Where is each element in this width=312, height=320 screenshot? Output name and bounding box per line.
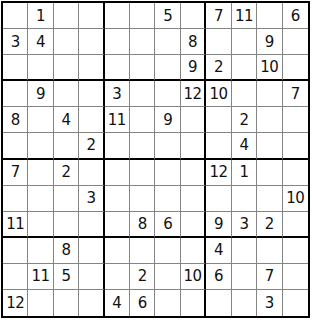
empty-cell-r11c10[interactable] — [232, 264, 257, 290]
empty-cell-r8c10[interactable] — [232, 186, 257, 212]
empty-cell-r6c3[interactable] — [54, 133, 79, 159]
empty-cell-r2c3[interactable] — [54, 29, 79, 55]
given-cell-r7c1[interactable]: 7 — [3, 160, 28, 186]
empty-cell-r6c7[interactable] — [155, 133, 180, 159]
empty-cell-r3c3[interactable] — [54, 55, 79, 81]
empty-cell-r7c8[interactable] — [181, 160, 206, 186]
empty-cell-r7c5[interactable] — [105, 160, 130, 186]
empty-cell-r6c9[interactable] — [206, 133, 231, 159]
given-cell-r6c4[interactable]: 2 — [79, 133, 104, 159]
empty-cell-r4c10[interactable] — [232, 81, 257, 107]
empty-cell-r5c12[interactable] — [283, 107, 308, 133]
empty-cell-r9c8[interactable] — [181, 212, 206, 238]
empty-cell-r8c1[interactable] — [3, 186, 28, 212]
given-cell-r12c6[interactable]: 6 — [130, 290, 155, 316]
given-cell-r8c12[interactable]: 10 — [283, 186, 308, 212]
given-cell-r3c11[interactable]: 10 — [257, 55, 282, 81]
given-cell-r1c2[interactable]: 1 — [28, 3, 53, 29]
empty-cell-r6c12[interactable] — [283, 133, 308, 159]
empty-cell-r12c10[interactable] — [232, 290, 257, 316]
empty-cell-r10c2[interactable] — [28, 238, 53, 264]
given-cell-r9c1[interactable]: 11 — [3, 212, 28, 238]
empty-cell-r1c11[interactable] — [257, 3, 282, 29]
given-cell-r12c5[interactable]: 4 — [105, 290, 130, 316]
empty-cell-r1c3[interactable] — [54, 3, 79, 29]
given-cell-r10c3[interactable]: 8 — [54, 238, 79, 264]
empty-cell-r8c2[interactable] — [28, 186, 53, 212]
empty-cell-r3c7[interactable] — [155, 55, 180, 81]
empty-cell-r3c5[interactable] — [105, 55, 130, 81]
empty-cell-r1c5[interactable] — [105, 3, 130, 29]
empty-cell-r7c6[interactable] — [130, 160, 155, 186]
empty-cell-r8c5[interactable] — [105, 186, 130, 212]
given-cell-r3c9[interactable]: 2 — [206, 55, 231, 81]
given-cell-r1c10[interactable]: 11 — [232, 3, 257, 29]
given-cell-r12c11[interactable]: 3 — [257, 290, 282, 316]
given-cell-r1c7[interactable]: 5 — [155, 3, 180, 29]
empty-cell-r12c3[interactable] — [54, 290, 79, 316]
empty-cell-r10c7[interactable] — [155, 238, 180, 264]
empty-cell-r9c12[interactable] — [283, 212, 308, 238]
given-cell-r4c9[interactable]: 10 — [206, 81, 231, 107]
empty-cell-r12c9[interactable] — [206, 290, 231, 316]
empty-cell-r7c2[interactable] — [28, 160, 53, 186]
empty-cell-r9c3[interactable] — [54, 212, 79, 238]
empty-cell-r2c6[interactable] — [130, 29, 155, 55]
empty-cell-r8c3[interactable] — [54, 186, 79, 212]
empty-cell-r2c4[interactable] — [79, 29, 104, 55]
empty-cell-r9c4[interactable] — [79, 212, 104, 238]
empty-cell-r4c4[interactable] — [79, 81, 104, 107]
given-cell-r9c9[interactable]: 9 — [206, 212, 231, 238]
empty-cell-r5c8[interactable] — [181, 107, 206, 133]
empty-cell-r5c11[interactable] — [257, 107, 282, 133]
given-cell-r5c3[interactable]: 4 — [54, 107, 79, 133]
given-cell-r5c1[interactable]: 8 — [3, 107, 28, 133]
given-cell-r11c8[interactable]: 10 — [181, 264, 206, 290]
empty-cell-r3c1[interactable] — [3, 55, 28, 81]
sudoku-page: 1571163489921093121078411922472121310118… — [0, 0, 312, 320]
empty-cell-r3c10[interactable] — [232, 55, 257, 81]
empty-cell-r6c5[interactable] — [105, 133, 130, 159]
empty-cell-r10c6[interactable] — [130, 238, 155, 264]
empty-cell-r7c12[interactable] — [283, 160, 308, 186]
given-cell-r8c4[interactable]: 3 — [79, 186, 104, 212]
empty-cell-r12c2[interactable] — [28, 290, 53, 316]
given-cell-r9c11[interactable]: 2 — [257, 212, 282, 238]
given-cell-r9c6[interactable]: 8 — [130, 212, 155, 238]
empty-cell-r10c1[interactable] — [3, 238, 28, 264]
empty-cell-r5c9[interactable] — [206, 107, 231, 133]
given-cell-r5c7[interactable]: 9 — [155, 107, 180, 133]
given-cell-r7c10[interactable]: 1 — [232, 160, 257, 186]
empty-cell-r9c5[interactable] — [105, 212, 130, 238]
empty-cell-r1c4[interactable] — [79, 3, 104, 29]
empty-cell-r10c8[interactable] — [181, 238, 206, 264]
given-cell-r11c11[interactable]: 7 — [257, 264, 282, 290]
empty-cell-r8c11[interactable] — [257, 186, 282, 212]
empty-cell-r9c2[interactable] — [28, 212, 53, 238]
empty-cell-r2c9[interactable] — [206, 29, 231, 55]
empty-cell-r6c2[interactable] — [28, 133, 53, 159]
empty-cell-r7c4[interactable] — [79, 160, 104, 186]
given-cell-r9c7[interactable]: 6 — [155, 212, 180, 238]
empty-cell-r6c11[interactable] — [257, 133, 282, 159]
given-cell-r7c9[interactable]: 12 — [206, 160, 231, 186]
empty-cell-r12c4[interactable] — [79, 290, 104, 316]
sudoku-board: 1571163489921093121078411922472121310118… — [1, 1, 310, 318]
empty-cell-r6c6[interactable] — [130, 133, 155, 159]
given-cell-r4c5[interactable]: 3 — [105, 81, 130, 107]
given-cell-r3c8[interactable]: 9 — [181, 55, 206, 81]
empty-cell-r12c7[interactable] — [155, 290, 180, 316]
given-cell-r1c9[interactable]: 7 — [206, 3, 231, 29]
given-cell-r2c2[interactable]: 4 — [28, 29, 53, 55]
given-cell-r4c8[interactable]: 12 — [181, 81, 206, 107]
given-cell-r5c10[interactable]: 2 — [232, 107, 257, 133]
empty-cell-r10c4[interactable] — [79, 238, 104, 264]
empty-cell-r4c6[interactable] — [130, 81, 155, 107]
empty-cell-r4c11[interactable] — [257, 81, 282, 107]
given-cell-r6c10[interactable]: 4 — [232, 133, 257, 159]
empty-cell-r11c12[interactable] — [283, 264, 308, 290]
empty-cell-r2c12[interactable] — [283, 29, 308, 55]
given-cell-r11c2[interactable]: 11 — [28, 264, 53, 290]
empty-cell-r4c7[interactable] — [155, 81, 180, 107]
empty-cell-r8c9[interactable] — [206, 186, 231, 212]
empty-cell-r10c12[interactable] — [283, 238, 308, 264]
empty-cell-r11c4[interactable] — [79, 264, 104, 290]
given-cell-r10c9[interactable]: 4 — [206, 238, 231, 264]
empty-cell-r6c1[interactable] — [3, 133, 28, 159]
given-cell-r2c8[interactable]: 8 — [181, 29, 206, 55]
empty-cell-r11c5[interactable] — [105, 264, 130, 290]
empty-cell-r2c5[interactable] — [105, 29, 130, 55]
given-cell-r7c3[interactable]: 2 — [54, 160, 79, 186]
empty-cell-r5c4[interactable] — [79, 107, 104, 133]
given-cell-r4c2[interactable]: 9 — [28, 81, 53, 107]
given-cell-r2c1[interactable]: 3 — [3, 29, 28, 55]
empty-cell-r2c10[interactable] — [232, 29, 257, 55]
empty-cell-r12c8[interactable] — [181, 290, 206, 316]
given-cell-r1c12[interactable]: 6 — [283, 3, 308, 29]
given-cell-r2c11[interactable]: 9 — [257, 29, 282, 55]
given-cell-r11c9[interactable]: 6 — [206, 264, 231, 290]
empty-cell-r3c6[interactable] — [130, 55, 155, 81]
empty-cell-r1c6[interactable] — [130, 3, 155, 29]
empty-cell-r11c1[interactable] — [3, 264, 28, 290]
empty-cell-r3c4[interactable] — [79, 55, 104, 81]
empty-cell-r7c7[interactable] — [155, 160, 180, 186]
empty-cell-r8c8[interactable] — [181, 186, 206, 212]
given-cell-r9c10[interactable]: 3 — [232, 212, 257, 238]
empty-cell-r10c11[interactable] — [257, 238, 282, 264]
empty-cell-r4c1[interactable] — [3, 81, 28, 107]
empty-cell-r8c7[interactable] — [155, 186, 180, 212]
empty-cell-r3c12[interactable] — [283, 55, 308, 81]
empty-cell-r12c12[interactable] — [283, 290, 308, 316]
empty-cell-r1c1[interactable] — [3, 3, 28, 29]
empty-cell-r8c6[interactable] — [130, 186, 155, 212]
empty-cell-r6c8[interactable] — [181, 133, 206, 159]
given-cell-r5c5[interactable]: 11 — [105, 107, 130, 133]
given-cell-r11c6[interactable]: 2 — [130, 264, 155, 290]
empty-cell-r4c3[interactable] — [54, 81, 79, 107]
given-cell-r11c3[interactable]: 5 — [54, 264, 79, 290]
empty-cell-r11c7[interactable] — [155, 264, 180, 290]
empty-cell-r5c6[interactable] — [130, 107, 155, 133]
given-cell-r12c1[interactable]: 12 — [3, 290, 28, 316]
empty-cell-r10c5[interactable] — [105, 238, 130, 264]
empty-cell-r7c11[interactable] — [257, 160, 282, 186]
empty-cell-r3c2[interactable] — [28, 55, 53, 81]
given-cell-r4c12[interactable]: 7 — [283, 81, 308, 107]
empty-cell-r10c10[interactable] — [232, 238, 257, 264]
empty-cell-r5c2[interactable] — [28, 107, 53, 133]
empty-cell-r1c8[interactable] — [181, 3, 206, 29]
empty-cell-r2c7[interactable] — [155, 29, 180, 55]
